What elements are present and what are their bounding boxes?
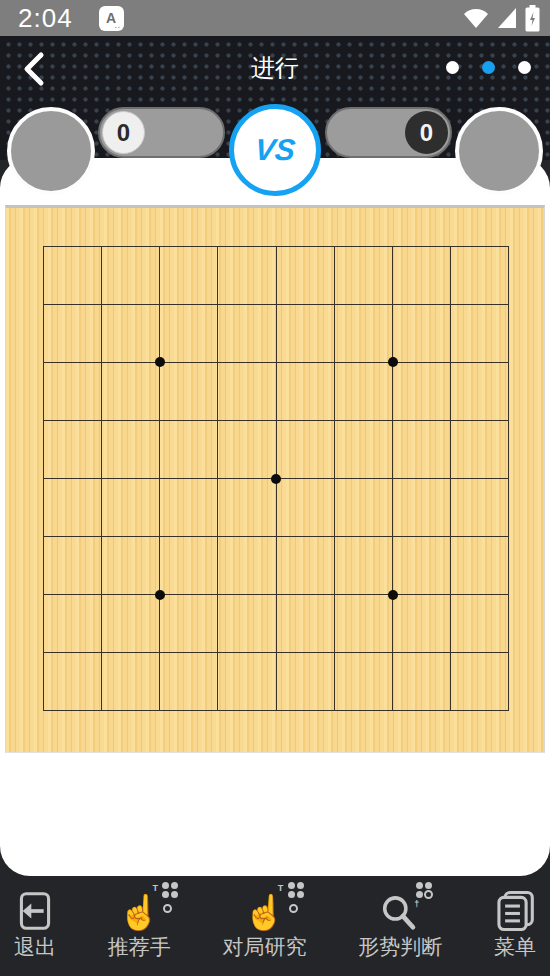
- board-point[interactable]: [334, 478, 392, 536]
- right-player-avatar[interactable]: [455, 107, 543, 195]
- pager-dot[interactable]: [518, 61, 531, 74]
- pager-dot[interactable]: [446, 61, 459, 74]
- board-point[interactable]: [392, 652, 450, 710]
- board-point[interactable]: [43, 362, 101, 420]
- board-point[interactable]: [392, 246, 450, 304]
- board-point[interactable]: [159, 652, 217, 710]
- board-point[interactable]: [392, 594, 450, 652]
- board-point[interactable]: [276, 594, 334, 652]
- position-judge-button[interactable]: † 形势判断: [358, 884, 442, 976]
- exit-button[interactable]: 退出: [14, 884, 56, 976]
- board-point[interactable]: [43, 420, 101, 478]
- star-point: [388, 357, 398, 367]
- toolbar-label: 退出: [14, 932, 56, 962]
- board-point[interactable]: [159, 420, 217, 478]
- board-point[interactable]: [217, 594, 275, 652]
- board-point[interactable]: [392, 362, 450, 420]
- board-point[interactable]: [43, 304, 101, 362]
- left-capture-counter: 0: [98, 107, 225, 158]
- board-point[interactable]: [334, 594, 392, 652]
- board-point[interactable]: [334, 536, 392, 594]
- board-point[interactable]: [101, 536, 159, 594]
- board-point[interactable]: [276, 652, 334, 710]
- magnifier-stones-icon: †: [380, 884, 420, 932]
- left-player-avatar[interactable]: [7, 107, 95, 195]
- board-point[interactable]: [276, 420, 334, 478]
- board-point[interactable]: [101, 420, 159, 478]
- board-point[interactable]: [159, 594, 217, 652]
- board-point[interactable]: [101, 362, 159, 420]
- toolbar-label: 菜单: [494, 932, 536, 962]
- star-point: [388, 590, 398, 600]
- board-point[interactable]: [276, 304, 334, 362]
- board-point[interactable]: [217, 478, 275, 536]
- board-point[interactable]: [43, 536, 101, 594]
- star-point: [155, 590, 165, 600]
- hand-stones-icon: ☝ T: [118, 884, 160, 932]
- clock: 2:04: [18, 3, 73, 34]
- wifi-icon: [463, 7, 489, 29]
- toolbar-label: 形势判断: [358, 932, 442, 962]
- board-point[interactable]: [276, 536, 334, 594]
- board-point[interactable]: [217, 246, 275, 304]
- toolbar-label: 对局研究: [223, 932, 307, 962]
- menu-icon: [494, 884, 536, 932]
- back-button[interactable]: [14, 48, 54, 90]
- black-stone-count: 0: [405, 111, 448, 154]
- board-point[interactable]: [43, 652, 101, 710]
- board-point[interactable]: [392, 536, 450, 594]
- board-point[interactable]: [334, 246, 392, 304]
- board-point[interactable]: [217, 536, 275, 594]
- board-point[interactable]: [101, 246, 159, 304]
- board-point[interactable]: [276, 478, 334, 536]
- board-point[interactable]: [276, 362, 334, 420]
- board-point[interactable]: [217, 362, 275, 420]
- hand-stones-icon: ☝ T: [243, 884, 285, 932]
- board-point[interactable]: [334, 362, 392, 420]
- right-capture-counter: 0: [325, 107, 452, 158]
- board-point[interactable]: [43, 478, 101, 536]
- board-point[interactable]: [101, 594, 159, 652]
- board-point[interactable]: [450, 420, 508, 478]
- exit-icon: [14, 884, 56, 932]
- battery-charging-icon: [525, 5, 540, 32]
- board-point[interactable]: [334, 420, 392, 478]
- board-point[interactable]: [217, 304, 275, 362]
- vs-badge: VS: [229, 104, 321, 196]
- board-point[interactable]: [101, 478, 159, 536]
- star-point: [271, 474, 281, 484]
- board-point[interactable]: [43, 594, 101, 652]
- board-point[interactable]: [392, 304, 450, 362]
- vs-label: VS: [253, 133, 297, 167]
- board-point[interactable]: [43, 246, 101, 304]
- back-chevron-icon: [20, 51, 48, 87]
- board-point[interactable]: [450, 478, 508, 536]
- board-point[interactable]: [159, 362, 217, 420]
- go-board[interactable]: [5, 205, 545, 753]
- toolbar-label: 推荐手: [108, 932, 171, 962]
- board-point[interactable]: [217, 420, 275, 478]
- board-point[interactable]: [450, 246, 508, 304]
- board-point[interactable]: [334, 652, 392, 710]
- board-point[interactable]: [392, 420, 450, 478]
- board-point[interactable]: [101, 652, 159, 710]
- menu-button[interactable]: 菜单: [494, 884, 536, 976]
- board-point[interactable]: [159, 246, 217, 304]
- page-indicator: [446, 61, 531, 74]
- bottom-toolbar: 退出 ☝ T 推荐手 ☝ T: [0, 880, 550, 976]
- board-point[interactable]: [392, 478, 450, 536]
- board-point[interactable]: [159, 304, 217, 362]
- game-study-button[interactable]: ☝ T 对局研究: [223, 884, 307, 976]
- board-point[interactable]: [450, 594, 508, 652]
- board-point[interactable]: [159, 536, 217, 594]
- app-screen: 2:04 A.. 进行: [0, 0, 550, 976]
- board-point[interactable]: [450, 652, 508, 710]
- suggest-move-button[interactable]: ☝ T 推荐手: [108, 884, 171, 976]
- board-point[interactable]: [450, 536, 508, 594]
- white-stone-count: 0: [102, 111, 145, 154]
- board-point[interactable]: [159, 478, 217, 536]
- board-point[interactable]: [101, 304, 159, 362]
- board-point[interactable]: [450, 362, 508, 420]
- status-bar: 2:04 A..: [0, 0, 550, 36]
- board-point[interactable]: [276, 246, 334, 304]
- pager-dot-active[interactable]: [482, 61, 495, 74]
- board-point[interactable]: [334, 304, 392, 362]
- cellular-signal-icon: [496, 7, 518, 29]
- star-point: [155, 357, 165, 367]
- board-point[interactable]: [217, 652, 275, 710]
- ime-keyboard-icon: A..: [99, 6, 124, 31]
- board-point[interactable]: [450, 304, 508, 362]
